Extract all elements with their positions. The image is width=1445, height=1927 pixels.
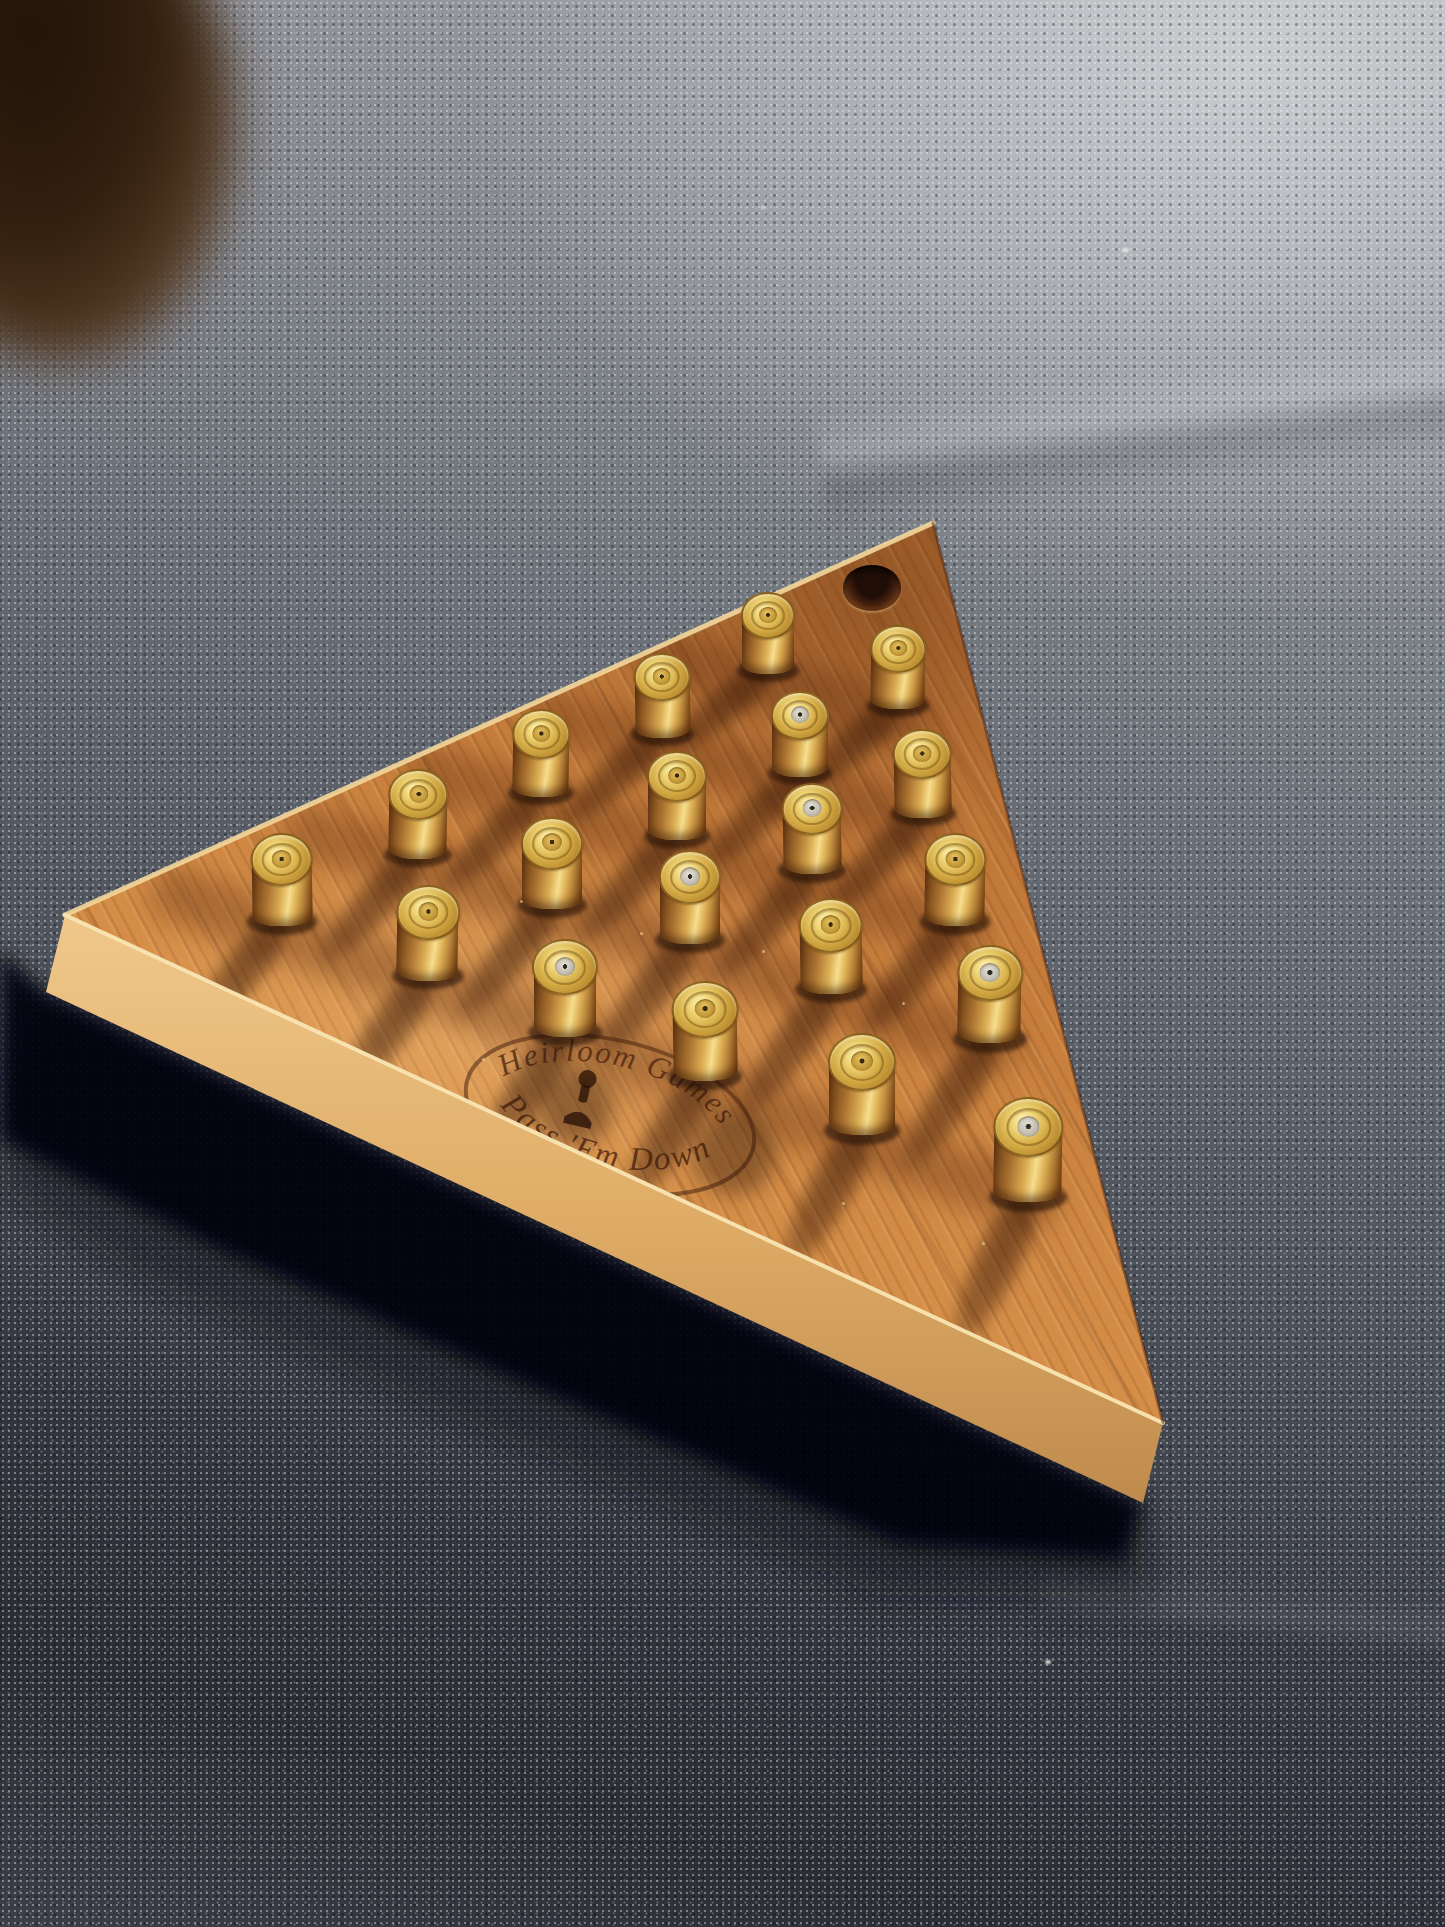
peg-face: [798, 897, 863, 953]
peg-face: [781, 783, 843, 836]
peg-hole-16[interactable]: [250, 832, 314, 926]
primer-cap: [820, 915, 841, 934]
peg-face: [741, 592, 796, 639]
peg-hole-2[interactable]: [741, 592, 796, 674]
peg-layer: [0, 0, 1445, 1927]
peg-hole-4[interactable]: [633, 653, 691, 739]
peg-hole-9[interactable]: [781, 783, 843, 875]
primer-cap: [694, 998, 716, 1018]
primer-cap: [272, 849, 292, 868]
peg-hole-11[interactable]: [387, 768, 449, 859]
peg-hole-21[interactable]: [992, 1097, 1064, 1204]
peg-hole-18[interactable]: [532, 939, 597, 1037]
primer-cap: [653, 668, 671, 685]
peg-hole-10[interactable]: [923, 832, 987, 926]
peg-face: [659, 850, 722, 904]
peg-hole-3[interactable]: [869, 625, 926, 710]
primer-cap: [409, 785, 428, 803]
peg-face: [521, 817, 583, 870]
primer-cap: [542, 833, 562, 851]
peg-hole-14[interactable]: [798, 897, 864, 994]
peg-hole-8[interactable]: [647, 751, 707, 841]
peg-hole-15[interactable]: [956, 945, 1023, 1044]
peg-face: [532, 939, 597, 995]
peg-hole-20[interactable]: [828, 1033, 896, 1135]
primer-cap: [945, 849, 965, 868]
peg-face: [671, 980, 739, 1038]
peg-face: [396, 884, 461, 940]
peg-face: [647, 751, 707, 802]
primer-cap: [555, 957, 576, 976]
peg-face: [924, 832, 987, 886]
peg-hole-5[interactable]: [771, 691, 829, 778]
primer-cap: [418, 902, 439, 921]
peg-hole-12[interactable]: [521, 817, 583, 910]
peg-hole-13[interactable]: [659, 850, 722, 944]
peg-face: [771, 691, 829, 740]
scene: Heirloom Games Pass 'Em Down: [0, 0, 1445, 1927]
primer-cap: [759, 607, 776, 623]
primer-cap: [1017, 1116, 1040, 1137]
peg-hole-7[interactable]: [511, 709, 571, 798]
peg-hole-17[interactable]: [395, 884, 460, 981]
peg-hole-19[interactable]: [671, 980, 739, 1081]
peg-hole-6[interactable]: [893, 729, 954, 819]
